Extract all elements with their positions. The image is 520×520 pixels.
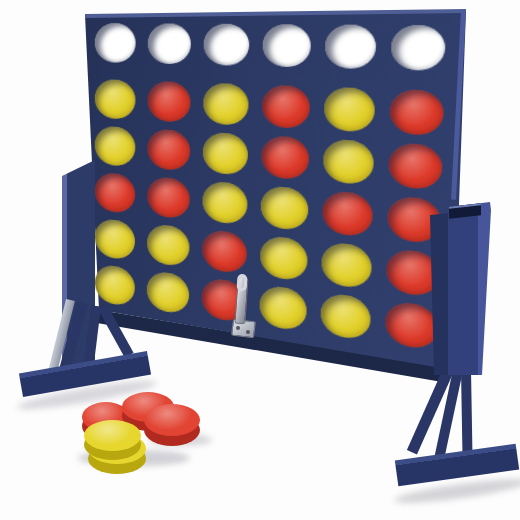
connect-four-photo bbox=[0, 0, 520, 520]
loose-disc-red-3 bbox=[144, 404, 200, 446]
disc-top bbox=[144, 404, 200, 436]
disc-top bbox=[84, 420, 141, 451]
loose-discs bbox=[0, 0, 520, 520]
loose-disc-yellow-5 bbox=[84, 420, 141, 460]
